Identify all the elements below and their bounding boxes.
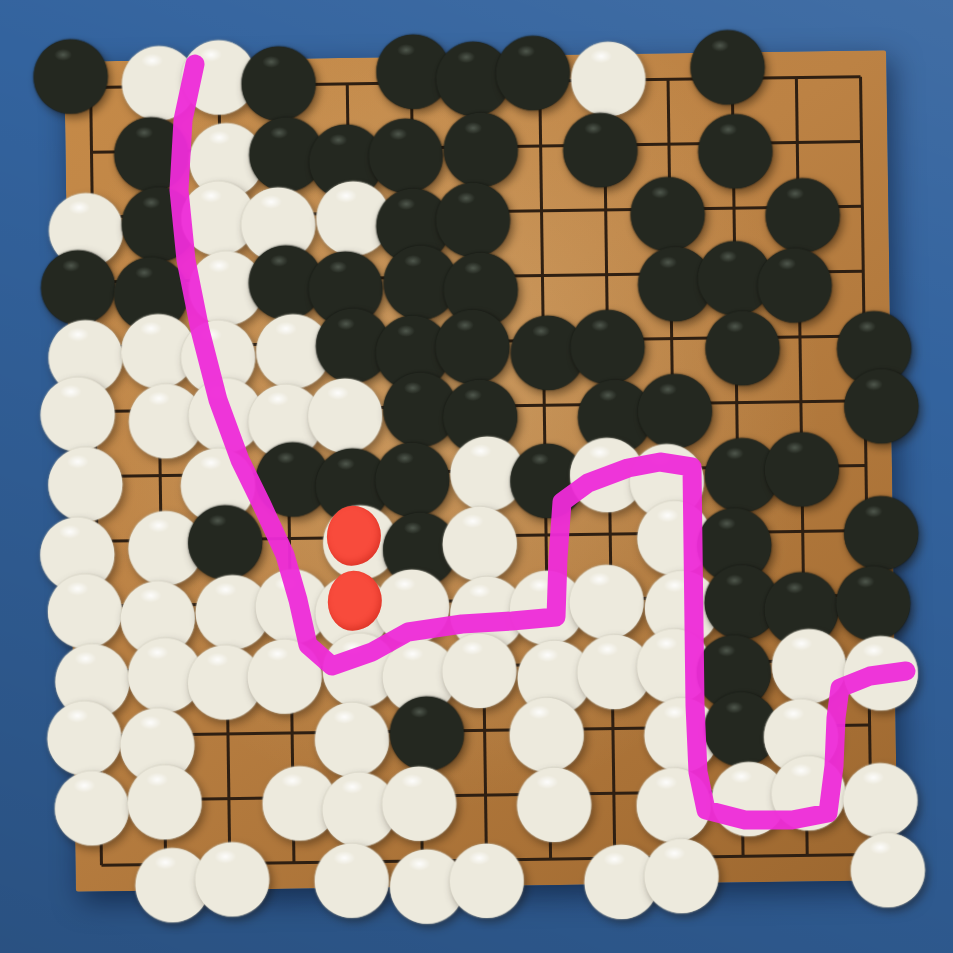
stone-highlight (262, 56, 280, 68)
stone-highlight (457, 51, 475, 63)
stone-highlight (401, 647, 423, 661)
stone-highlight (529, 578, 551, 592)
stone-highlight (207, 652, 229, 666)
stone-highlight (74, 779, 96, 793)
stone-highlight (461, 514, 483, 528)
stone-highlight (396, 452, 414, 464)
stone-highlight (329, 261, 347, 273)
stone-highlight (870, 840, 892, 854)
stone-highlight (469, 584, 491, 598)
stone-highlight (139, 715, 161, 729)
stone-highlight (862, 643, 884, 657)
stone-highlight (337, 318, 355, 330)
stone-highlight (341, 640, 363, 654)
stone-highlight (327, 386, 349, 400)
stone-highlight (401, 774, 423, 788)
stone-highlight (141, 53, 163, 67)
stone-highlight (67, 582, 89, 596)
stone-highlight (532, 325, 550, 337)
stone-highlight (599, 389, 617, 401)
black-stone[interactable]: ● (691, 23, 764, 96)
white-stone[interactable]: ● (645, 831, 718, 904)
stone-highlight (783, 706, 805, 720)
stone-highlight (719, 123, 737, 135)
stone-highlight (584, 123, 602, 135)
stone-highlight (536, 647, 558, 661)
white-stone[interactable]: ● (772, 749, 845, 822)
stone-highlight (656, 636, 678, 650)
go-board[interactable]: ●●●●●●●●●●●●●●●●●●●●●●●●●●●●●●●●●●●●●●●●… (64, 50, 898, 891)
stone-highlight (588, 572, 610, 586)
white-stone[interactable]: ● (450, 836, 523, 909)
stone-highlight (269, 254, 287, 266)
white-stone[interactable]: ● (55, 764, 128, 837)
stone-highlight (663, 846, 685, 860)
stone-highlight (517, 45, 535, 57)
stone-highlight (341, 780, 363, 794)
stone-highlight (528, 705, 550, 719)
stone-highlight (397, 325, 415, 337)
stone-highlight (66, 709, 88, 723)
stone-highlight (464, 389, 482, 401)
stone-highlight (335, 189, 357, 203)
stone-highlight (730, 769, 752, 783)
white-stone[interactable]: ● (844, 628, 917, 701)
stone-highlight (200, 188, 222, 202)
stone-highlight (658, 383, 676, 395)
stone-highlight (711, 39, 729, 51)
stone-highlight (68, 200, 90, 214)
stone-highlight (404, 522, 422, 534)
stone-highlight (536, 775, 558, 789)
stone-highlight (778, 257, 796, 269)
stone-highlight (659, 256, 677, 268)
stone-highlight (718, 517, 736, 529)
stone-highlight (591, 320, 609, 332)
stone-highlight (857, 575, 875, 587)
stone-highlight (146, 773, 168, 787)
stone-highlight (135, 266, 153, 278)
stone-highlight (275, 322, 297, 336)
stone-highlight (208, 131, 230, 145)
stone-highlight (389, 128, 407, 140)
stone-highlight (267, 392, 289, 406)
stone-highlight (655, 775, 677, 789)
stone-highlight (140, 321, 162, 335)
stone-highlight (397, 198, 415, 210)
black-stone[interactable]: ● (706, 304, 779, 377)
stone-highlight (865, 378, 883, 390)
stone-highlight (207, 385, 229, 399)
stone-highlight (147, 645, 169, 659)
stone-highlight (147, 518, 169, 532)
stone-highlight (394, 577, 416, 591)
stone-highlight (469, 444, 491, 458)
stone-highlight (785, 581, 803, 593)
stone-highlight (590, 49, 612, 63)
stone-highlight (67, 327, 89, 341)
stone-highlight (791, 636, 813, 650)
stone-highlight (281, 773, 303, 787)
stone-highlight (200, 47, 222, 61)
stone-highlight (214, 582, 236, 596)
stone-highlight (54, 49, 72, 61)
stone-highlight (209, 514, 227, 526)
stone-highlight (59, 524, 81, 538)
stone-highlight (277, 451, 295, 463)
stone-highlight (726, 447, 744, 459)
stone-highlight (67, 454, 89, 468)
stone-highlight (409, 857, 431, 871)
stone-highlight (461, 641, 483, 655)
stone-highlight (649, 451, 671, 465)
white-stone[interactable]: ● (315, 836, 388, 909)
stone-highlight (725, 702, 743, 714)
stone-highlight (718, 644, 736, 656)
stone-highlight (404, 382, 422, 394)
stone-highlight (790, 764, 812, 778)
stone-highlight (274, 576, 296, 590)
stone-highlight (726, 320, 744, 332)
stone-highlight (725, 575, 743, 587)
stone-highlight (664, 578, 686, 592)
black-stone[interactable]: ● (34, 32, 107, 105)
stone-highlight (862, 770, 884, 784)
stone-highlight (468, 851, 490, 865)
white-stone[interactable]: ● (851, 826, 924, 899)
stone-highlight (334, 710, 356, 724)
stones-layer: ●●●●●●●●●●●●●●●●●●●●●●●●●●●●●●●●●●●●●●●●… (64, 50, 886, 61)
stone-highlight (411, 706, 429, 718)
go-photo-screenshot: { "game": "go", "board_size": 13, "posit… (0, 0, 953, 953)
black-stone[interactable]: ● (845, 362, 918, 435)
stone-highlight (59, 385, 81, 399)
stone-highlight (858, 321, 876, 333)
stone-highlight (465, 122, 483, 134)
stone-highlight (457, 192, 475, 204)
stone-highlight (786, 187, 804, 199)
stone-highlight (139, 588, 161, 602)
white-stone[interactable]: ● (196, 835, 269, 908)
stone-highlight (656, 509, 678, 523)
stone-highlight (200, 328, 222, 342)
stone-highlight (135, 126, 153, 138)
stone-highlight (214, 849, 236, 863)
stone-highlight (603, 852, 625, 866)
black-stone[interactable]: ● (765, 425, 838, 498)
stone-highlight (154, 855, 176, 869)
stone-highlight (785, 441, 803, 453)
stone-highlight (336, 458, 354, 470)
stone-highlight (663, 706, 685, 720)
stone-highlight (62, 260, 80, 272)
stone-highlight (865, 505, 883, 517)
stone-highlight (333, 850, 355, 864)
stone-highlight (464, 261, 482, 273)
stone-highlight (397, 44, 415, 56)
stone-highlight (596, 642, 618, 656)
stone-highlight (199, 455, 221, 469)
stone-highlight (142, 196, 160, 208)
stone-highlight (404, 255, 422, 267)
stone-highlight (589, 445, 611, 459)
stone-highlight (208, 258, 230, 272)
stone-highlight (270, 127, 288, 139)
stone-highlight (651, 186, 669, 198)
stone-highlight (266, 646, 288, 660)
stone-highlight (456, 319, 474, 331)
stone-highlight (330, 134, 348, 146)
stone-highlight (148, 391, 170, 405)
stone-highlight (260, 195, 282, 209)
stone-highlight (531, 453, 549, 465)
stone-highlight (74, 651, 96, 665)
stone-highlight (719, 250, 737, 262)
